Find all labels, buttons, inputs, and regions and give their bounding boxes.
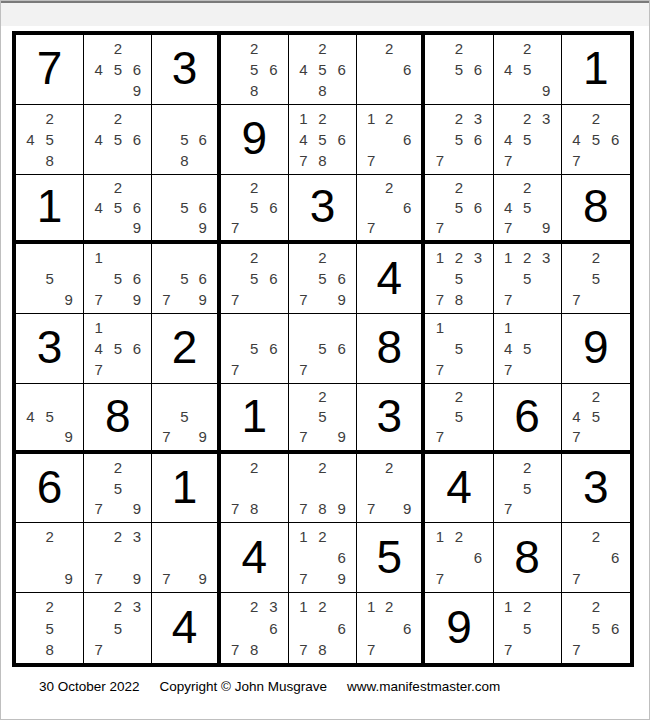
cell-r4c6[interactable]: 4 [357,244,425,314]
candidate-digit: 2 [380,178,398,198]
pencil-marks: 157 [425,314,492,383]
cell-r2c5[interactable]: 1245678 [289,105,357,175]
cell-r7c1[interactable]: 6 [16,454,84,524]
candidate-digit: 7 [567,427,586,447]
candidate-digit: 5 [108,268,127,289]
candidate-digit: 9 [332,499,351,520]
candidate-digit: 1 [362,596,380,617]
cell-r9c1[interactable]: 258 [16,593,84,663]
candidate-digit: 8 [313,639,332,660]
candidate-digit: 7 [226,499,245,520]
candidate-digit: 4 [89,197,108,217]
candidate-digit: 2 [40,108,59,129]
candidate-digit: 5 [245,338,264,359]
page: { "page": { "background": "#ffffff", "he… [0,0,650,720]
candidate-digit: 2 [313,38,332,59]
pencil-marks: 579 [152,384,216,450]
candidate-digit: 9 [194,217,212,237]
candidate-digit: 2 [449,178,468,198]
cell-r7c7[interactable]: 4 [425,454,493,524]
pencil-marks: 26 [357,35,421,104]
candidate-digit: 6 [468,197,487,217]
candidate-digit: 5 [449,268,468,289]
candidate-digit: 6 [332,59,351,80]
cell-r6c8[interactable]: 6 [494,384,562,454]
candidate-digit: 4 [89,129,108,150]
cell-r5c2[interactable]: 14567 [84,314,152,384]
candidate-digit: 5 [108,197,127,217]
cell-r5c1[interactable]: 3 [16,314,84,384]
candidate-digit: 5 [586,407,605,427]
candidate-digit: 7 [362,499,380,520]
cell-r5c4[interactable]: 567 [221,314,289,384]
cell-r1c7[interactable]: 256 [425,35,493,105]
candidate-digit: 2 [108,526,127,547]
candidate-digit: 9 [537,217,556,237]
cell-r1c4[interactable]: 2568 [221,35,289,105]
cell-r5c5[interactable]: 567 [289,314,357,384]
candidate-digit: 5 [313,59,332,80]
candidate-digit: 1 [362,108,380,129]
candidate-digit: 6 [127,197,146,217]
candidate-digit: 2 [313,108,332,129]
candidate-digit: 1 [89,317,108,338]
cell-r9c5[interactable]: 12678 [289,593,357,663]
cell-r3c4[interactable]: 2567 [221,175,289,245]
cell-r8c2[interactable]: 2379 [84,523,152,593]
candidate-digit: 2 [586,526,605,547]
candidate-digit: 5 [245,268,264,289]
pencil-marks: 12679 [289,523,356,592]
candidate-digit: 2 [518,108,537,129]
given-digit: 9 [241,115,267,161]
cell-r2c2[interactable]: 2456 [84,105,152,175]
candidate-digit: 7 [226,217,245,237]
pencil-marks: 12357 [494,244,561,313]
given-digit: 8 [105,393,131,439]
candidate-digit: 7 [294,150,313,171]
cell-r7c9[interactable]: 3 [562,454,630,524]
candidate-digit: 2 [586,596,605,617]
candidate-digit: 7 [294,359,313,380]
candidate-digit: 7 [567,150,586,171]
candidate-digit: 6 [398,59,416,80]
pencil-marks: 5679 [152,244,216,313]
cell-r1c6[interactable]: 26 [357,35,425,105]
candidate-digit: 2 [380,457,398,478]
given-digit: 4 [172,604,198,650]
cell-r1c5[interactable]: 24568 [289,35,357,105]
candidate-digit: 6 [194,129,212,150]
candidate-digit: 7 [89,499,108,520]
candidate-digit: 4 [89,59,108,80]
cell-r2c6[interactable]: 1267 [357,105,425,175]
cell-r2c9[interactable]: 24567 [562,105,630,175]
given-digit: 8 [376,324,402,370]
candidate-digit: 8 [245,639,264,660]
candidate-digit: 3 [537,247,556,268]
cell-r5c6[interactable]: 8 [357,314,425,384]
pencil-marks: 459 [16,384,83,450]
candidate-digit: 2 [380,38,398,59]
pencil-marks: 25679 [289,244,356,313]
candidate-digit: 2 [586,108,605,129]
pencil-marks: 267 [357,175,421,241]
candidate-digit: 7 [499,359,518,380]
pencil-marks: 567 [289,314,356,383]
cell-r4c9[interactable]: 257 [562,244,630,314]
cell-r4c3[interactable]: 5679 [152,244,220,314]
candidate-digit: 6 [398,197,416,217]
pencil-marks: 2579 [84,454,151,523]
candidate-digit: 4 [499,197,518,217]
candidate-digit: 2 [245,178,264,198]
candidate-digit: 6 [332,338,351,359]
pencil-marks: 2579 [289,384,356,450]
candidate-digit: 6 [606,547,625,568]
candidate-digit: 7 [499,217,518,237]
candidate-digit: 7 [567,639,586,660]
pencil-marks: 24579 [494,175,561,241]
candidate-digit: 5 [176,129,194,150]
candidate-digit: 6 [332,617,351,638]
candidate-digit: 9 [332,289,351,310]
given-digit: 7 [37,45,63,91]
candidate-digit: 2 [380,596,398,617]
cell-r6c7[interactable]: 257 [425,384,493,454]
candidate-digit: 9 [332,427,351,447]
candidate-digit: 5 [313,129,332,150]
candidate-digit: 5 [586,129,605,150]
candidate-digit: 5 [518,338,537,359]
given-digit: 4 [376,255,402,301]
given-digit: 5 [376,534,402,580]
candidate-digit: 7 [89,639,108,660]
pencil-marks: 258 [16,593,83,663]
candidate-digit: 3 [468,108,487,129]
cell-r2c4[interactable]: 9 [221,105,289,175]
cell-r9c6[interactable]: 1267 [357,593,425,663]
pencil-marks: 29 [16,523,83,592]
candidate-digit: 4 [499,338,518,359]
cell-r3c9[interactable]: 8 [562,175,630,245]
candidate-digit: 5 [449,338,468,359]
candidate-digit: 5 [518,129,537,150]
pencil-marks: 278 [221,454,288,523]
candidate-digit: 7 [157,289,175,310]
candidate-digit: 7 [294,639,313,660]
pencil-marks: 12678 [289,593,356,663]
cell-r4c4[interactable]: 2567 [221,244,289,314]
cell-r6c1[interactable]: 459 [16,384,84,454]
cell-r8c9[interactable]: 267 [562,523,630,593]
candidate-digit: 2 [518,247,537,268]
puzzle-date: 30 October 2022 [39,679,140,694]
pencil-marks: 568 [152,105,216,174]
candidate-digit: 7 [226,639,245,660]
cell-r1c1[interactable]: 7 [16,35,84,105]
cell-r7c6[interactable]: 279 [357,454,425,524]
given-digit: 3 [172,45,198,91]
candidate-digit: 5 [40,407,59,427]
candidate-digit: 5 [108,59,127,80]
pencil-marks: 267 [562,523,630,592]
pencil-marks: 1245678 [289,105,356,174]
candidate-digit: 7 [89,568,108,589]
candidate-digit: 7 [294,427,313,447]
cell-r3c6[interactable]: 267 [357,175,425,245]
candidate-digit: 2 [449,108,468,129]
cell-r8c8[interactable]: 8 [494,523,562,593]
candidate-digit: 6 [264,197,283,217]
candidate-digit: 5 [108,129,127,150]
candidate-digit: 2 [449,38,468,59]
candidate-digit: 7 [430,217,449,237]
pencil-marks: 1267 [357,105,421,174]
candidate-digit: 5 [586,268,605,289]
given-digit: 3 [310,183,336,229]
candidate-digit: 1 [89,247,108,268]
candidate-digit: 5 [518,617,537,638]
candidate-digit: 4 [499,129,518,150]
candidate-digit: 6 [127,268,146,289]
pencil-marks: 2567 [562,593,630,663]
candidate-digit: 8 [245,80,264,101]
candidate-digit: 2 [108,596,127,617]
candidate-digit: 2 [449,526,468,547]
candidate-digit: 5 [518,478,537,499]
candidate-digit: 4 [567,129,586,150]
candidate-digit: 5 [176,268,194,289]
pencil-marks: 279 [357,454,421,523]
candidate-digit: 2 [518,457,537,478]
cell-r6c2[interactable]: 8 [84,384,152,454]
cell-r4c1[interactable]: 59 [16,244,84,314]
website-url: www.manifestmaster.com [347,679,500,694]
candidate-digit: 2 [380,108,398,129]
cell-r6c6[interactable]: 3 [357,384,425,454]
candidate-digit: 1 [294,596,313,617]
candidate-digit: 9 [127,568,146,589]
cell-r9c9[interactable]: 2567 [562,593,630,663]
given-digit: 9 [446,604,472,650]
pencil-marks: 24569 [84,35,151,104]
candidate-digit: 6 [606,129,625,150]
pencil-marks: 1257 [494,593,561,663]
candidate-digit: 5 [40,268,59,289]
candidate-digit: 2 [518,596,537,617]
cell-r8c4[interactable]: 4 [221,523,289,593]
candidate-digit: 7 [294,289,313,310]
candidate-digit: 6 [127,129,146,150]
cell-r3c1[interactable]: 1 [16,175,84,245]
pencil-marks: 79 [152,523,216,592]
candidate-digit: 1 [430,317,449,338]
candidate-digit: 9 [127,80,146,101]
candidate-digit: 1 [499,317,518,338]
candidate-digit: 7 [362,217,380,237]
candidate-digit: 2 [108,457,127,478]
candidate-digit: 6 [194,268,212,289]
cell-r2c7[interactable]: 23567 [425,105,493,175]
cell-r3c3[interactable]: 569 [152,175,220,245]
cell-r8c6[interactable]: 5 [357,523,425,593]
cell-r9c7[interactable]: 9 [425,593,493,663]
candidate-digit: 9 [59,568,78,589]
copyright-text: Copyright © John Musgrave [160,679,328,694]
candidate-digit: 6 [468,129,487,150]
given-digit: 4 [241,534,267,580]
cell-r4c5[interactable]: 25679 [289,244,357,314]
candidate-digit: 2 [518,178,537,198]
candidate-digit: 1 [499,596,518,617]
candidate-digit: 4 [89,338,108,359]
candidate-digit: 2 [449,387,468,407]
cell-r5c8[interactable]: 1457 [494,314,562,384]
cell-r8c5[interactable]: 12679 [289,523,357,593]
cell-r7c2[interactable]: 2579 [84,454,152,524]
cell-r8c3[interactable]: 79 [152,523,220,593]
cell-r3c2[interactable]: 24569 [84,175,152,245]
candidate-digit: 8 [40,639,59,660]
cell-r9c4[interactable]: 23678 [221,593,289,663]
candidate-digit: 6 [264,338,283,359]
cell-r9c3[interactable]: 4 [152,593,220,663]
pencil-marks: 59 [16,244,83,313]
cell-r1c2[interactable]: 24569 [84,35,152,105]
cell-r6c4[interactable]: 1 [221,384,289,454]
candidate-digit: 5 [449,59,468,80]
given-digit: 4 [446,464,472,510]
given-digit: 8 [514,534,540,580]
cell-r4c8[interactable]: 12357 [494,244,562,314]
cell-r6c3[interactable]: 579 [152,384,220,454]
pencil-marks: 123578 [425,244,492,313]
candidate-digit: 7 [89,289,108,310]
cell-r5c9[interactable]: 9 [562,314,630,384]
pencil-marks: 567 [221,314,288,383]
cell-r1c3[interactable]: 3 [152,35,220,105]
candidate-digit: 2 [313,457,332,478]
pencil-marks: 2567 [221,175,288,241]
candidate-digit: 7 [89,359,108,380]
pencil-marks: 2567 [221,244,288,313]
cell-r3c5[interactable]: 3 [289,175,357,245]
candidate-digit: 5 [40,617,59,638]
pencil-marks: 1267 [357,593,421,663]
cell-r5c7[interactable]: 157 [425,314,493,384]
cell-r7c5[interactable]: 2789 [289,454,357,524]
cell-r3c8[interactable]: 24579 [494,175,562,245]
cell-r1c8[interactable]: 2459 [494,35,562,105]
pencil-marks: 2458 [16,105,83,174]
cell-r1c9[interactable]: 1 [562,35,630,105]
pencil-marks: 1267 [425,523,492,592]
candidate-digit: 5 [518,268,537,289]
candidate-digit: 2 [449,247,468,268]
cell-r7c3[interactable]: 1 [152,454,220,524]
candidate-digit: 4 [21,129,40,150]
cell-r9c8[interactable]: 1257 [494,593,562,663]
candidate-digit: 7 [499,639,518,660]
candidate-digit: 4 [567,407,586,427]
candidate-digit: 8 [245,499,264,520]
cell-r8c7[interactable]: 1267 [425,523,493,593]
candidate-digit: 5 [313,338,332,359]
pencil-marks: 2567 [425,175,492,241]
cell-r4c2[interactable]: 15679 [84,244,152,314]
candidate-digit: 7 [499,150,518,171]
given-digit: 6 [514,393,540,439]
cell-r6c5[interactable]: 2579 [289,384,357,454]
candidate-digit: 6 [468,547,487,568]
candidate-digit: 8 [313,80,332,101]
candidate-digit: 3 [127,526,146,547]
candidate-digit: 4 [294,59,313,80]
cell-r3c7[interactable]: 2567 [425,175,493,245]
pencil-marks: 24567 [562,105,630,174]
cell-r7c4[interactable]: 278 [221,454,289,524]
candidate-digit: 7 [430,427,449,447]
candidate-digit: 9 [59,289,78,310]
candidate-digit: 7 [226,359,245,380]
cell-r8c1[interactable]: 29 [16,523,84,593]
candidate-digit: 5 [108,478,127,499]
pencil-marks: 2568 [221,35,288,104]
candidate-digit: 7 [362,150,380,171]
candidate-digit: 9 [194,568,212,589]
cell-r2c3[interactable]: 568 [152,105,220,175]
candidate-digit: 6 [264,59,283,80]
cell-r4c7[interactable]: 123578 [425,244,493,314]
candidate-digit: 1 [430,526,449,547]
candidate-digit: 5 [108,338,127,359]
given-digit: 1 [37,183,63,229]
candidate-digit: 5 [176,197,194,217]
candidate-digit: 2 [40,526,59,547]
candidate-digit: 6 [468,59,487,80]
candidate-digit: 2 [518,38,537,59]
candidate-digit: 3 [537,108,556,129]
pencil-marks: 14567 [84,314,151,383]
candidate-digit: 1 [430,247,449,268]
given-digit: 1 [172,464,198,510]
candidate-digit: 2 [245,247,264,268]
candidate-digit: 6 [398,129,416,150]
candidate-digit: 6 [332,268,351,289]
candidate-digit: 3 [127,596,146,617]
cell-r2c1[interactable]: 2458 [16,105,84,175]
candidate-digit: 7 [294,499,313,520]
candidate-digit: 9 [194,427,212,447]
candidate-digit: 5 [518,59,537,80]
given-digit: 2 [172,324,198,370]
cell-r9c2[interactable]: 2357 [84,593,152,663]
cell-r5c3[interactable]: 2 [152,314,220,384]
candidate-digit: 5 [108,617,127,638]
candidate-digit: 9 [332,568,351,589]
candidate-digit: 9 [537,80,556,101]
cell-r6c9[interactable]: 2457 [562,384,630,454]
given-digit: 6 [37,464,63,510]
pencil-marks: 23457 [494,105,561,174]
candidate-digit: 3 [264,596,283,617]
cell-r7c8[interactable]: 257 [494,454,562,524]
candidate-digit: 9 [127,499,146,520]
candidate-digit: 5 [449,197,468,217]
cell-r2c8[interactable]: 23457 [494,105,562,175]
candidate-digit: 8 [313,150,332,171]
